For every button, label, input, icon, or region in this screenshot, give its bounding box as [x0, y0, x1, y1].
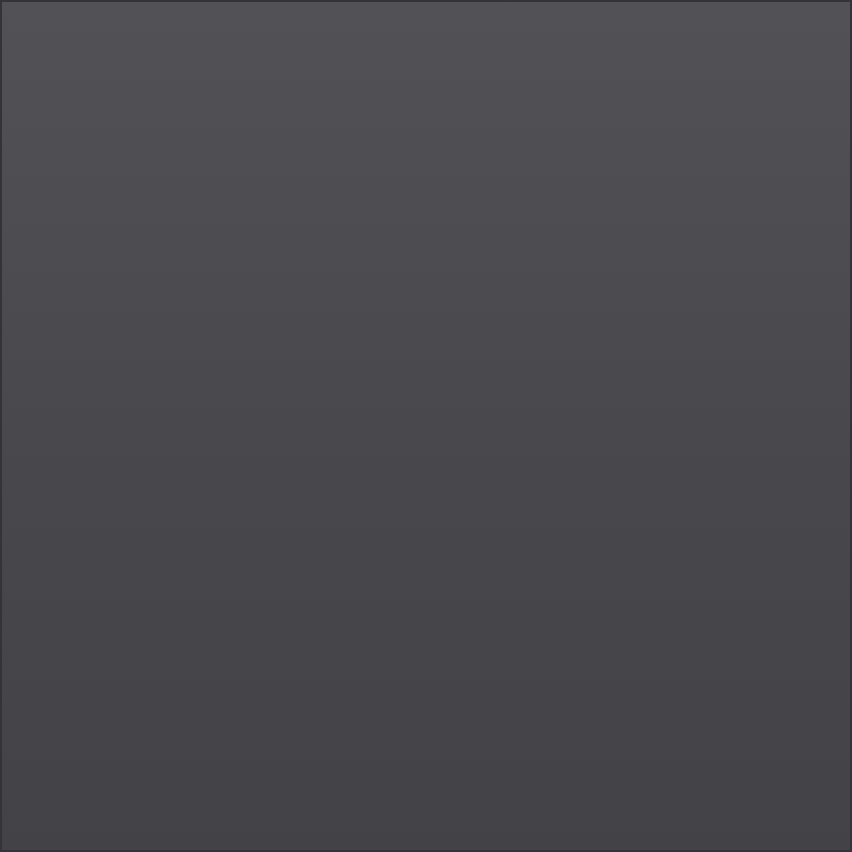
- chess-board-frame: [0, 0, 852, 852]
- chess-board: [16, 17, 834, 835]
